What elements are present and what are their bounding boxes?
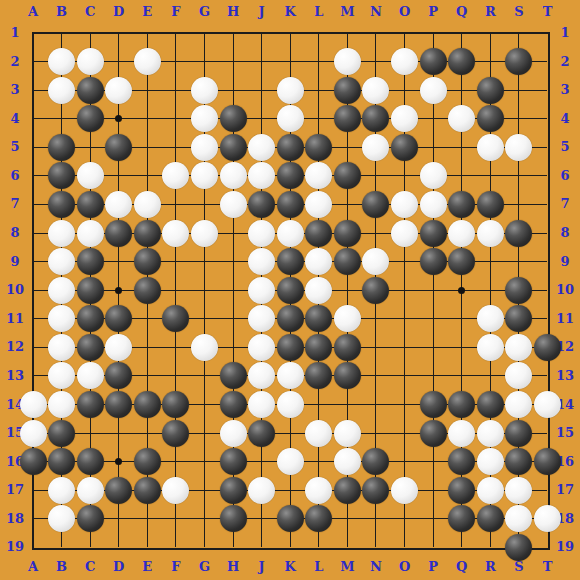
- coord-label-top-D: D: [106, 4, 132, 20]
- white-stone-J12[interactable]: [248, 334, 275, 361]
- coord-label-right-4: 4: [552, 111, 578, 127]
- white-stone-G12[interactable]: [191, 334, 218, 361]
- white-stone-D3[interactable]: [105, 77, 132, 104]
- coord-label-right-5: 5: [552, 139, 578, 155]
- black-stone-K6[interactable]: [277, 162, 304, 189]
- white-stone-E2[interactable]: [134, 48, 161, 75]
- black-stone-D8[interactable]: [105, 220, 132, 247]
- coord-label-left-4: 4: [2, 111, 28, 127]
- white-stone-R15[interactable]: [477, 420, 504, 447]
- white-stone-R8[interactable]: [477, 220, 504, 247]
- black-stone-R14[interactable]: [477, 391, 504, 418]
- black-stone-K9[interactable]: [277, 248, 304, 275]
- black-stone-K10[interactable]: [277, 277, 304, 304]
- white-stone-H6[interactable]: [220, 162, 247, 189]
- coord-label-top-A: A: [20, 4, 46, 20]
- black-stone-E17[interactable]: [134, 477, 161, 504]
- white-stone-B8[interactable]: [48, 220, 75, 247]
- coord-label-bottom-L: L: [306, 559, 332, 575]
- black-stone-H5[interactable]: [220, 134, 247, 161]
- black-stone-M12[interactable]: [334, 334, 361, 361]
- black-stone-T12[interactable]: [534, 334, 561, 361]
- white-stone-B10[interactable]: [48, 277, 75, 304]
- coord-label-right-9: 9: [552, 254, 578, 270]
- coord-label-right-6: 6: [552, 168, 578, 184]
- white-stone-C17[interactable]: [77, 477, 104, 504]
- black-stone-B5[interactable]: [48, 134, 75, 161]
- black-stone-E16[interactable]: [134, 448, 161, 475]
- black-stone-Q17[interactable]: [448, 477, 475, 504]
- black-stone-H14[interactable]: [220, 391, 247, 418]
- coord-label-top-F: F: [163, 4, 189, 20]
- black-stone-H4[interactable]: [220, 105, 247, 132]
- coord-label-bottom-M: M: [334, 559, 360, 575]
- black-stone-H17[interactable]: [220, 477, 247, 504]
- black-stone-P14[interactable]: [420, 391, 447, 418]
- black-stone-D5[interactable]: [105, 134, 132, 161]
- coord-label-left-11: 11: [2, 311, 28, 327]
- black-stone-R7[interactable]: [477, 191, 504, 218]
- black-stone-L8[interactable]: [305, 220, 332, 247]
- white-stone-R16[interactable]: [477, 448, 504, 475]
- white-stone-M15[interactable]: [334, 420, 361, 447]
- coord-label-right-19: 19: [552, 539, 578, 555]
- white-stone-H7[interactable]: [220, 191, 247, 218]
- black-stone-K7[interactable]: [277, 191, 304, 218]
- coord-label-bottom-G: G: [191, 559, 217, 575]
- black-stone-S10[interactable]: [505, 277, 532, 304]
- black-stone-D17[interactable]: [105, 477, 132, 504]
- white-stone-K16[interactable]: [277, 448, 304, 475]
- coord-label-left-17: 17: [2, 482, 28, 498]
- black-stone-M9[interactable]: [334, 248, 361, 275]
- coord-label-top-C: C: [77, 4, 103, 20]
- black-stone-R4[interactable]: [477, 105, 504, 132]
- coord-label-top-J: J: [249, 4, 275, 20]
- coord-label-left-19: 19: [2, 539, 28, 555]
- coord-label-left-6: 6: [2, 168, 28, 184]
- coord-label-right-10: 10: [552, 282, 578, 298]
- coord-label-top-Q: Q: [449, 4, 475, 20]
- black-stone-M4[interactable]: [334, 105, 361, 132]
- black-stone-C14[interactable]: [77, 391, 104, 418]
- black-stone-S8[interactable]: [505, 220, 532, 247]
- white-stone-R11[interactable]: [477, 305, 504, 332]
- white-stone-G8[interactable]: [191, 220, 218, 247]
- white-stone-D12[interactable]: [105, 334, 132, 361]
- black-stone-P8[interactable]: [420, 220, 447, 247]
- coord-label-bottom-A: A: [20, 559, 46, 575]
- black-stone-F15[interactable]: [162, 420, 189, 447]
- white-stone-F8[interactable]: [162, 220, 189, 247]
- coord-label-top-N: N: [363, 4, 389, 20]
- white-stone-C8[interactable]: [77, 220, 104, 247]
- black-stone-J7[interactable]: [248, 191, 275, 218]
- white-stone-O7[interactable]: [391, 191, 418, 218]
- white-stone-C2[interactable]: [77, 48, 104, 75]
- white-stone-P7[interactable]: [420, 191, 447, 218]
- white-stone-G3[interactable]: [191, 77, 218, 104]
- black-stone-H16[interactable]: [220, 448, 247, 475]
- white-stone-L15[interactable]: [305, 420, 332, 447]
- white-stone-K4[interactable]: [277, 105, 304, 132]
- black-stone-C4[interactable]: [77, 105, 104, 132]
- white-stone-K14[interactable]: [277, 391, 304, 418]
- coord-label-left-1: 1: [2, 25, 28, 41]
- white-stone-M16[interactable]: [334, 448, 361, 475]
- black-stone-S15[interactable]: [505, 420, 532, 447]
- coord-label-top-O: O: [392, 4, 418, 20]
- white-stone-B17[interactable]: [48, 477, 75, 504]
- black-stone-C10[interactable]: [77, 277, 104, 304]
- black-stone-M17[interactable]: [334, 477, 361, 504]
- black-stone-K12[interactable]: [277, 334, 304, 361]
- black-stone-C16[interactable]: [77, 448, 104, 475]
- white-stone-H15[interactable]: [220, 420, 247, 447]
- white-stone-Q8[interactable]: [448, 220, 475, 247]
- black-stone-C7[interactable]: [77, 191, 104, 218]
- coord-label-left-18: 18: [2, 511, 28, 527]
- white-stone-J8[interactable]: [248, 220, 275, 247]
- coord-label-left-8: 8: [2, 225, 28, 241]
- coord-label-bottom-K: K: [277, 559, 303, 575]
- coord-label-right-15: 15: [552, 425, 578, 441]
- black-stone-C18[interactable]: [77, 505, 104, 532]
- white-stone-L10[interactable]: [305, 277, 332, 304]
- white-stone-M2[interactable]: [334, 48, 361, 75]
- coord-label-bottom-N: N: [363, 559, 389, 575]
- white-stone-K8[interactable]: [277, 220, 304, 247]
- white-stone-J5[interactable]: [248, 134, 275, 161]
- coord-label-left-3: 3: [2, 82, 28, 98]
- coord-label-top-B: B: [49, 4, 75, 20]
- coord-label-right-17: 17: [552, 482, 578, 498]
- black-stone-B7[interactable]: [48, 191, 75, 218]
- white-stone-J17[interactable]: [248, 477, 275, 504]
- black-stone-H18[interactable]: [220, 505, 247, 532]
- coord-label-left-13: 13: [2, 368, 28, 384]
- coord-label-bottom-F: F: [163, 559, 189, 575]
- white-stone-R5[interactable]: [477, 134, 504, 161]
- black-stone-J15[interactable]: [248, 420, 275, 447]
- coord-label-bottom-R: R: [477, 559, 503, 575]
- black-stone-M3[interactable]: [334, 77, 361, 104]
- coord-label-right-1: 1: [552, 25, 578, 41]
- black-stone-H13[interactable]: [220, 362, 247, 389]
- white-stone-A14[interactable]: [20, 391, 47, 418]
- white-stone-O2[interactable]: [391, 48, 418, 75]
- coord-label-right-7: 7: [552, 196, 578, 212]
- white-stone-N3[interactable]: [362, 77, 389, 104]
- white-stone-C13[interactable]: [77, 362, 104, 389]
- white-stone-L17[interactable]: [305, 477, 332, 504]
- coord-label-right-11: 11: [552, 311, 578, 327]
- coord-label-left-2: 2: [2, 54, 28, 70]
- coord-label-top-E: E: [134, 4, 160, 20]
- coord-label-top-P: P: [420, 4, 446, 20]
- coord-label-bottom-C: C: [77, 559, 103, 575]
- coord-label-top-H: H: [220, 4, 246, 20]
- coord-label-top-S: S: [506, 4, 532, 20]
- white-stone-B12[interactable]: [48, 334, 75, 361]
- black-stone-C12[interactable]: [77, 334, 104, 361]
- grid-line-vertical: [433, 33, 434, 547]
- white-stone-P3[interactable]: [420, 77, 447, 104]
- black-stone-C3[interactable]: [77, 77, 104, 104]
- coord-label-bottom-Q: Q: [449, 559, 475, 575]
- black-stone-B15[interactable]: [48, 420, 75, 447]
- black-stone-E10[interactable]: [134, 277, 161, 304]
- white-stone-T14[interactable]: [534, 391, 561, 418]
- coord-label-right-2: 2: [552, 54, 578, 70]
- go-board[interactable]: AABBCCDDEEFFGGHHJJKKLLMMNNOOPPQQRRSSTT11…: [0, 0, 580, 580]
- white-stone-E7[interactable]: [134, 191, 161, 218]
- black-stone-A16[interactable]: [20, 448, 47, 475]
- coord-label-top-T: T: [534, 4, 560, 20]
- black-stone-S19[interactable]: [505, 534, 532, 561]
- white-stone-B3[interactable]: [48, 77, 75, 104]
- coord-label-left-12: 12: [2, 339, 28, 355]
- coord-label-bottom-P: P: [420, 559, 446, 575]
- black-stone-O5[interactable]: [391, 134, 418, 161]
- star-point-D10: [115, 287, 122, 294]
- black-stone-K11[interactable]: [277, 305, 304, 332]
- white-stone-G5[interactable]: [191, 134, 218, 161]
- white-stone-C6[interactable]: [77, 162, 104, 189]
- black-stone-K5[interactable]: [277, 134, 304, 161]
- coord-label-right-8: 8: [552, 225, 578, 241]
- coord-label-left-5: 5: [2, 139, 28, 155]
- white-stone-J10[interactable]: [248, 277, 275, 304]
- black-stone-E14[interactable]: [134, 391, 161, 418]
- coord-label-left-7: 7: [2, 196, 28, 212]
- coord-label-left-10: 10: [2, 282, 28, 298]
- white-stone-R17[interactable]: [477, 477, 504, 504]
- black-stone-C9[interactable]: [77, 248, 104, 275]
- white-stone-O8[interactable]: [391, 220, 418, 247]
- coord-label-top-K: K: [277, 4, 303, 20]
- white-stone-B14[interactable]: [48, 391, 75, 418]
- coord-label-bottom-H: H: [220, 559, 246, 575]
- white-stone-K3[interactable]: [277, 77, 304, 104]
- white-stone-R12[interactable]: [477, 334, 504, 361]
- white-stone-P6[interactable]: [420, 162, 447, 189]
- coord-label-bottom-B: B: [49, 559, 75, 575]
- black-stone-E9[interactable]: [134, 248, 161, 275]
- coord-label-bottom-J: J: [249, 559, 275, 575]
- coord-label-bottom-D: D: [106, 559, 132, 575]
- coord-label-top-R: R: [477, 4, 503, 20]
- white-stone-B2[interactable]: [48, 48, 75, 75]
- white-stone-O17[interactable]: [391, 477, 418, 504]
- black-stone-P2[interactable]: [420, 48, 447, 75]
- coord-label-bottom-E: E: [134, 559, 160, 575]
- black-stone-C11[interactable]: [77, 305, 104, 332]
- star-point-Q10: [458, 287, 465, 294]
- black-stone-R3[interactable]: [477, 77, 504, 104]
- white-stone-T18[interactable]: [534, 505, 561, 532]
- coord-label-bottom-T: T: [534, 559, 560, 575]
- black-stone-P15[interactable]: [420, 420, 447, 447]
- white-stone-A15[interactable]: [20, 420, 47, 447]
- coord-label-left-9: 9: [2, 254, 28, 270]
- coord-label-right-3: 3: [552, 82, 578, 98]
- coord-label-top-G: G: [191, 4, 217, 20]
- black-stone-L5[interactable]: [305, 134, 332, 161]
- white-stone-Q15[interactable]: [448, 420, 475, 447]
- black-stone-K18[interactable]: [277, 505, 304, 532]
- coord-label-top-L: L: [306, 4, 332, 20]
- black-stone-E8[interactable]: [134, 220, 161, 247]
- coord-label-bottom-S: S: [506, 559, 532, 575]
- black-stone-T16[interactable]: [534, 448, 561, 475]
- coord-label-right-13: 13: [552, 368, 578, 384]
- black-stone-M8[interactable]: [334, 220, 361, 247]
- coord-label-bottom-O: O: [392, 559, 418, 575]
- coord-label-top-M: M: [334, 4, 360, 20]
- black-stone-P9[interactable]: [420, 248, 447, 275]
